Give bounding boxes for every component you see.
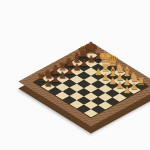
piece-dark-pawn-b7[interactable]: ♟ [87, 55, 95, 64]
piece-dark-pawn-b1[interactable]: ♟ [44, 79, 52, 88]
piece-light-rook-h8[interactable]: ♜ [137, 77, 146, 87]
piece-dark-pawn-b3[interactable]: ♟ [58, 71, 66, 80]
product-photo-scene: ♚♛♝♞♜♝♞♜♟♟♟♟♟♟♟♟♚♛♞♝♞♜♜♝♟♟♟♟♟♟♟♟ [0, 0, 150, 150]
piece-light-pawn-h7[interactable]: ♟ [130, 82, 138, 91]
piece-dark-pawn-b2[interactable]: ♟ [51, 75, 59, 84]
piece-dark-pawn-b5[interactable]: ♟ [73, 63, 81, 72]
piece-dark-pawn-b6[interactable]: ♟ [80, 59, 88, 68]
piece-dark-pawn-b4[interactable]: ♟ [65, 67, 73, 76]
piece-light-pawn-h6[interactable]: ♟ [123, 86, 131, 95]
